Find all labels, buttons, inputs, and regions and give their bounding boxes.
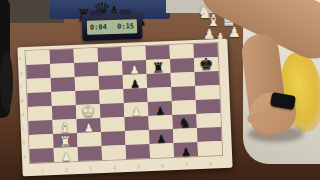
rank-label-7: 7 — [174, 160, 198, 169]
clock-time-right: 0:15 — [117, 22, 134, 31]
square-d4 — [100, 103, 125, 118]
square-g6: ♜ — [146, 59, 171, 74]
file-label-c: c — [21, 121, 28, 135]
captured-white-pawn: ♟ — [228, 25, 241, 39]
clock-lcd: 0:04 0:15 — [87, 19, 137, 35]
square-c2: ♝ — [52, 119, 77, 134]
square-e3 — [75, 90, 100, 105]
square-e2 — [51, 91, 76, 106]
square-d2 — [52, 105, 77, 120]
square-c3: ♟ — [76, 118, 101, 133]
square-g4 — [98, 61, 123, 76]
square-c5 — [124, 116, 149, 131]
square-h5 — [121, 46, 146, 61]
square-a6 — [150, 143, 175, 158]
square-d1 — [28, 106, 53, 121]
square-e1 — [27, 92, 52, 107]
square-f1 — [27, 78, 52, 93]
square-f2 — [51, 77, 76, 92]
clock-time-left: 0:04 — [90, 23, 107, 32]
square-h7 — [169, 44, 194, 59]
rank-label-6: 6 — [150, 161, 174, 170]
file-label-h: h — [19, 51, 26, 65]
square-a7: ♟ — [174, 142, 199, 157]
square-h4 — [97, 47, 122, 62]
square-b1 — [29, 134, 54, 149]
square-g3 — [74, 62, 99, 77]
square-f6 — [147, 73, 172, 88]
square-g7 — [170, 58, 195, 73]
clock-button-left[interactable] — [89, 10, 101, 15]
square-e6 — [147, 87, 172, 102]
square-c8 — [196, 113, 221, 128]
file-label-b: b — [22, 135, 29, 149]
square-h3 — [74, 48, 99, 63]
square-d5: ♟ — [124, 102, 149, 117]
square-b3 — [77, 132, 102, 147]
square-c6 — [148, 115, 173, 130]
square-d7 — [172, 100, 197, 115]
square-f7 — [171, 72, 196, 87]
square-f8 — [195, 71, 220, 86]
square-d6: ♟ — [148, 101, 173, 116]
chess-board: ♟♜♚♟♚♟♟♝♟♞♜♟♟♟ hgfedcba 12345678 — [17, 39, 232, 177]
white-pawn: ♟ — [61, 151, 71, 162]
square-d3: ♚ — [76, 104, 101, 119]
rank-label-3: 3 — [78, 164, 102, 173]
square-g8: ♚ — [194, 57, 219, 72]
square-h2 — [50, 49, 75, 64]
square-b5 — [125, 130, 150, 145]
square-a3 — [78, 146, 103, 161]
file-label-e: e — [20, 93, 27, 107]
square-f3 — [75, 76, 100, 91]
square-g1 — [26, 64, 51, 79]
square-c4 — [100, 117, 125, 132]
square-h1 — [26, 50, 51, 65]
rank-label-2: 2 — [54, 165, 78, 174]
square-a2: ♟ — [54, 147, 79, 162]
rank-label-5: 5 — [126, 162, 150, 171]
square-e4 — [99, 89, 124, 104]
square-h6 — [145, 45, 170, 60]
square-b7 — [173, 128, 198, 143]
square-a8 — [198, 141, 223, 156]
square-e7 — [171, 86, 196, 101]
square-e5 — [123, 88, 148, 103]
square-f4 — [99, 75, 124, 90]
square-g2 — [50, 63, 75, 78]
clock-button-right[interactable] — [119, 9, 131, 14]
file-label-d: d — [21, 107, 28, 121]
file-label-g: g — [19, 65, 26, 79]
square-h8 — [193, 43, 218, 58]
square-c1 — [28, 120, 53, 135]
rank-label-1: 1 — [30, 166, 54, 175]
file-label-f: f — [20, 79, 27, 93]
square-b2: ♜ — [53, 133, 78, 148]
square-g5: ♟ — [122, 60, 147, 75]
board-grid: ♟♜♚♟♚♟♟♝♟♞♜♟♟♟ — [26, 43, 223, 163]
square-c7: ♞ — [172, 114, 197, 129]
square-a4 — [102, 145, 127, 160]
black-pawn: ♟ — [181, 146, 191, 157]
chess-clock: 0:04 0:15 — [82, 12, 143, 41]
square-b6: ♟ — [149, 129, 174, 144]
square-a5 — [126, 144, 151, 159]
rank-label-4: 4 — [102, 163, 126, 172]
square-b4 — [101, 131, 126, 146]
photo-frame: ♛♜♝♞♟ ♞♝♛♟♟♟ 0:04 0:15 ♟♜♚♟♚♟♟♝♟♞♜♟♟♟ hg… — [0, 0, 320, 180]
square-e8 — [195, 85, 220, 100]
square-a1 — [30, 148, 55, 163]
file-label-a: a — [23, 149, 30, 163]
square-d8 — [196, 99, 221, 114]
rank-label-8: 8 — [198, 159, 222, 168]
black-bag-blob — [0, 52, 13, 112]
square-f5: ♟ — [123, 74, 148, 89]
square-b8 — [197, 127, 222, 142]
